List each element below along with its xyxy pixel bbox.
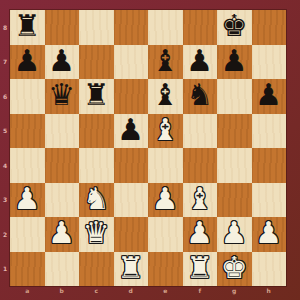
- square-d8[interactable]: [114, 10, 149, 45]
- square-h4[interactable]: [252, 148, 287, 183]
- black-king[interactable]: ♚: [221, 9, 248, 43]
- black-pawn[interactable]: ♟: [14, 44, 41, 78]
- rank-label-7: 7: [0, 45, 10, 80]
- white-queen[interactable]: ♛: [83, 216, 110, 250]
- white-bishop[interactable]: ♝: [186, 182, 213, 216]
- square-f8[interactable]: [183, 10, 218, 45]
- white-rook[interactable]: ♜: [186, 251, 213, 285]
- square-d6[interactable]: [114, 79, 149, 114]
- black-pawn[interactable]: ♟: [117, 113, 144, 147]
- square-b3[interactable]: [45, 183, 80, 218]
- square-c2[interactable]: ♛: [79, 217, 114, 252]
- square-b4[interactable]: [45, 148, 80, 183]
- rank-label-5: 5: [0, 114, 10, 149]
- white-rook[interactable]: ♜: [117, 251, 144, 285]
- square-e6[interactable]: ♝: [148, 79, 183, 114]
- square-d4[interactable]: [114, 148, 149, 183]
- square-c3[interactable]: ♞: [79, 183, 114, 218]
- square-h6[interactable]: ♟: [252, 79, 287, 114]
- square-f2[interactable]: ♟: [183, 217, 218, 252]
- file-label-h: h: [252, 287, 287, 299]
- rank-label-2: 2: [0, 217, 10, 252]
- white-bishop[interactable]: ♝: [152, 113, 179, 147]
- square-c5[interactable]: [79, 114, 114, 149]
- white-pawn[interactable]: ♟: [14, 182, 41, 216]
- square-c4[interactable]: [79, 148, 114, 183]
- black-rook[interactable]: ♜: [14, 9, 41, 43]
- square-e2[interactable]: [148, 217, 183, 252]
- file-label-c: c: [79, 287, 114, 299]
- white-pawn[interactable]: ♟: [255, 216, 282, 250]
- square-c8[interactable]: [79, 10, 114, 45]
- file-label-f: f: [183, 287, 218, 299]
- white-knight[interactable]: ♞: [83, 182, 110, 216]
- square-e4[interactable]: [148, 148, 183, 183]
- white-pawn[interactable]: ♟: [152, 182, 179, 216]
- square-d7[interactable]: [114, 45, 149, 80]
- square-d5[interactable]: ♟: [114, 114, 149, 149]
- board-frame: ♜♚♟♟♝♟♟♛♜♝♞♟♟♝♟♞♟♝♟♛♟♟♟♜♜♚ 87654321 abcd…: [0, 0, 300, 300]
- square-a1[interactable]: [10, 252, 45, 287]
- black-bishop[interactable]: ♝: [152, 78, 179, 112]
- square-a8[interactable]: ♜: [10, 10, 45, 45]
- square-g1[interactable]: ♚: [217, 252, 252, 287]
- square-g3[interactable]: [217, 183, 252, 218]
- square-h2[interactable]: ♟: [252, 217, 287, 252]
- black-pawn[interactable]: ♟: [186, 44, 213, 78]
- square-g6[interactable]: [217, 79, 252, 114]
- square-a4[interactable]: [10, 148, 45, 183]
- square-e1[interactable]: [148, 252, 183, 287]
- black-pawn[interactable]: ♟: [221, 44, 248, 78]
- rank-label-3: 3: [0, 183, 10, 218]
- square-a3[interactable]: ♟: [10, 183, 45, 218]
- rank-label-6: 6: [0, 79, 10, 114]
- white-pawn[interactable]: ♟: [48, 216, 75, 250]
- square-c1[interactable]: [79, 252, 114, 287]
- black-pawn[interactable]: ♟: [255, 78, 282, 112]
- square-d2[interactable]: [114, 217, 149, 252]
- square-d3[interactable]: [114, 183, 149, 218]
- square-f3[interactable]: ♝: [183, 183, 218, 218]
- square-g2[interactable]: ♟: [217, 217, 252, 252]
- black-pawn[interactable]: ♟: [48, 44, 75, 78]
- square-a2[interactable]: [10, 217, 45, 252]
- black-queen[interactable]: ♛: [48, 78, 75, 112]
- square-c6[interactable]: ♜: [79, 79, 114, 114]
- file-label-e: e: [148, 287, 183, 299]
- square-g5[interactable]: [217, 114, 252, 149]
- square-a5[interactable]: [10, 114, 45, 149]
- square-e7[interactable]: ♝: [148, 45, 183, 80]
- square-f6[interactable]: ♞: [183, 79, 218, 114]
- square-f4[interactable]: [183, 148, 218, 183]
- file-label-d: d: [114, 287, 149, 299]
- square-e3[interactable]: ♟: [148, 183, 183, 218]
- black-bishop[interactable]: ♝: [152, 44, 179, 78]
- square-g7[interactable]: ♟: [217, 45, 252, 80]
- square-h1[interactable]: [252, 252, 287, 287]
- square-d1[interactable]: ♜: [114, 252, 149, 287]
- square-b6[interactable]: ♛: [45, 79, 80, 114]
- file-label-a: a: [10, 287, 45, 299]
- black-rook[interactable]: ♜: [83, 78, 110, 112]
- file-label-g: g: [217, 287, 252, 299]
- square-h5[interactable]: [252, 114, 287, 149]
- square-g4[interactable]: [217, 148, 252, 183]
- chessboard: ♜♚♟♟♝♟♟♛♜♝♞♟♟♝♟♞♟♝♟♛♟♟♟♜♜♚: [10, 10, 286, 286]
- square-e5[interactable]: ♝: [148, 114, 183, 149]
- square-c7[interactable]: [79, 45, 114, 80]
- square-f5[interactable]: [183, 114, 218, 149]
- file-label-b: b: [45, 287, 80, 299]
- white-king[interactable]: ♚: [221, 251, 248, 285]
- white-pawn[interactable]: ♟: [186, 216, 213, 250]
- square-a6[interactable]: [10, 79, 45, 114]
- square-b8[interactable]: [45, 10, 80, 45]
- square-h8[interactable]: [252, 10, 287, 45]
- square-f7[interactable]: ♟: [183, 45, 218, 80]
- square-a7[interactable]: ♟: [10, 45, 45, 80]
- rank-label-4: 4: [0, 148, 10, 183]
- black-knight[interactable]: ♞: [186, 78, 213, 112]
- rank-label-8: 8: [0, 10, 10, 45]
- square-h7[interactable]: [252, 45, 287, 80]
- square-g8[interactable]: ♚: [217, 10, 252, 45]
- square-b5[interactable]: [45, 114, 80, 149]
- square-b7[interactable]: ♟: [45, 45, 80, 80]
- white-pawn[interactable]: ♟: [221, 216, 248, 250]
- square-h3[interactable]: [252, 183, 287, 218]
- square-b2[interactable]: ♟: [45, 217, 80, 252]
- square-b1[interactable]: [45, 252, 80, 287]
- rank-label-1: 1: [0, 252, 10, 287]
- square-f1[interactable]: ♜: [183, 252, 218, 287]
- square-e8[interactable]: [148, 10, 183, 45]
